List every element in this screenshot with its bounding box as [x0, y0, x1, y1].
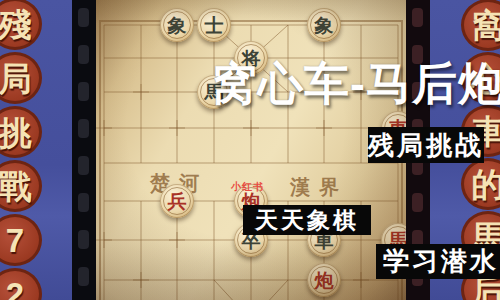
bottom-right-caption: 学习潜水 [376, 244, 500, 279]
piece-glyph: 兵 [168, 192, 187, 211]
panel-badge: 2 [0, 268, 42, 300]
panel-badge: 的 [461, 158, 500, 210]
panel-badge: 挑 [0, 106, 42, 158]
video-title: 窝心车-马后炮 [212, 54, 500, 114]
sprocket-hole [412, 8, 423, 27]
panel-badge: 戰 [0, 160, 42, 212]
watermark-label: 小红书 [231, 180, 264, 194]
app-name-caption: 天天象棋 [243, 205, 371, 235]
sprocket-hole [78, 119, 89, 138]
panel-badge: 殘 [0, 0, 42, 50]
sprocket-hole [78, 8, 89, 27]
sprocket-hole [78, 230, 89, 249]
piece-glyph: 象 [168, 16, 187, 35]
sprocket-hole [78, 45, 89, 64]
panel-badge: 局 [0, 52, 42, 104]
sprocket-hole [78, 193, 89, 212]
piece-black-象[interactable]: 象 [160, 8, 194, 42]
xiangqi-board[interactable]: 楚河 漢界 象士象将馬車兵炮卒車馬炮 小红书 [96, 0, 406, 300]
left-banner-panel: 殘局挑戰72 [0, 0, 72, 300]
film-strip-left [72, 0, 96, 300]
thumbnail-scene: 殘局挑戰72 楚河 漢界 象士象将馬車兵炮卒車馬炮 小红书 窩心車的馬后 窝心车… [0, 0, 500, 300]
piece-glyph: 士 [205, 16, 224, 35]
piece-red-兵[interactable]: 兵 [160, 184, 194, 218]
sprocket-hole [78, 82, 89, 101]
sprocket-hole [78, 156, 89, 175]
river-label-han: 漢界 [290, 174, 348, 201]
piece-black-象[interactable]: 象 [307, 8, 341, 42]
piece-glyph: 象 [315, 16, 334, 35]
panel-badge: 窩 [461, 0, 500, 51]
challenge-caption: 残局挑战 [368, 127, 484, 163]
sprocket-hole [412, 193, 423, 212]
panel-badge: 7 [0, 214, 42, 266]
piece-red-炮[interactable]: 炮 [307, 263, 341, 297]
sprocket-hole [78, 267, 89, 286]
piece-black-士[interactable]: 士 [197, 8, 231, 42]
piece-glyph: 炮 [315, 271, 334, 290]
